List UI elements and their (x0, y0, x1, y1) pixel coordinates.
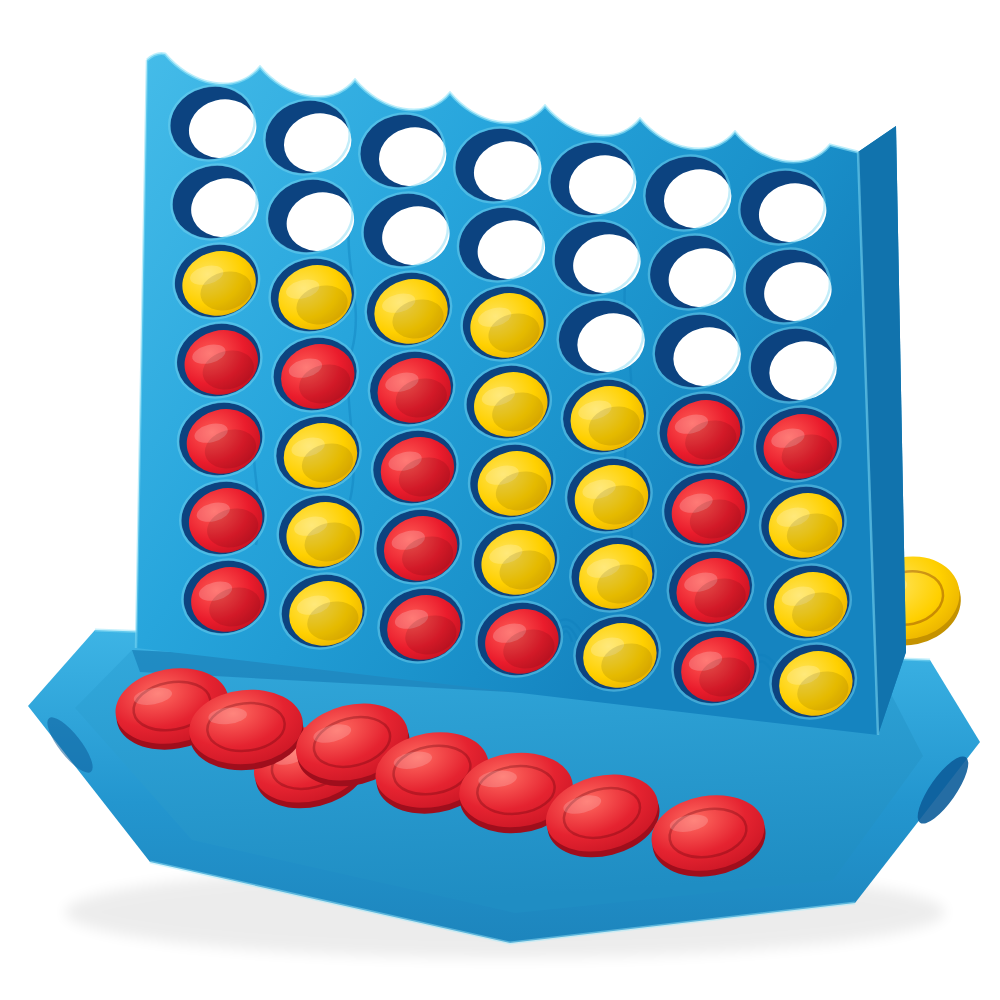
product-photo-scene (0, 0, 1000, 1000)
game-board (136, 54, 906, 735)
connect-four-scene (0, 0, 1000, 1000)
